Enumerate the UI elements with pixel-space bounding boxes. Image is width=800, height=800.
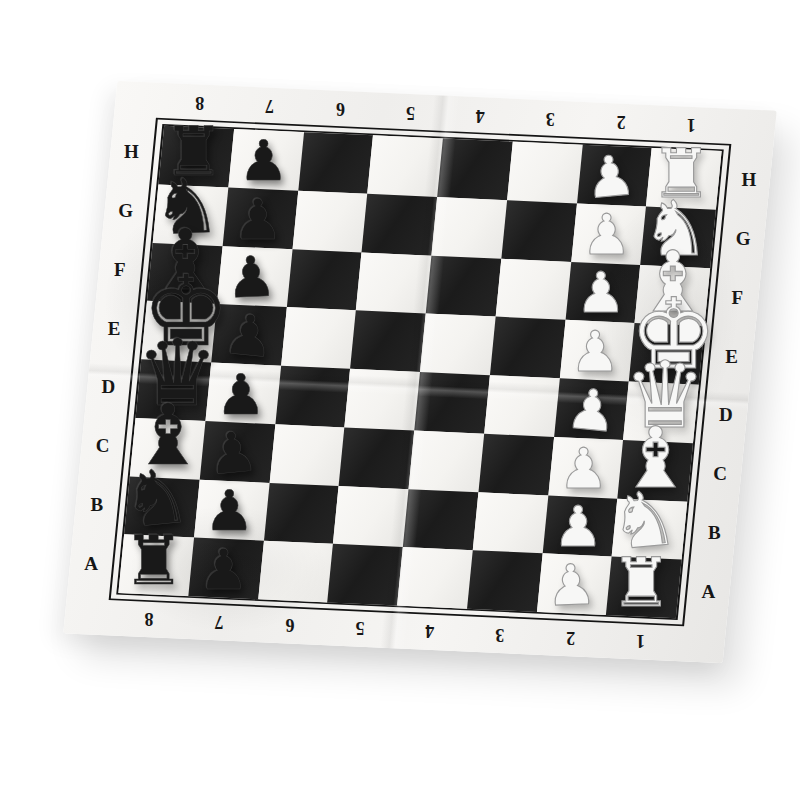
- square-f4[interactable]: [426, 255, 501, 317]
- square-e5[interactable]: [350, 310, 425, 372]
- black-pawn[interactable]: ♟: [206, 366, 276, 422]
- square-d6[interactable]: [275, 366, 350, 428]
- chess-board: ♜♟♟♜♞♟♟♞♝♟♟♝♚♟♟♚♛♟♟♛♝♟♟♝♞♟♟♞♜♟♟♜: [116, 124, 724, 620]
- square-f3[interactable]: [495, 258, 570, 320]
- coord-rank-top-7: 7: [235, 88, 305, 124]
- square-g4[interactable]: [431, 197, 506, 259]
- white-pawn[interactable]: ♟: [543, 499, 613, 555]
- chess-mat: 87654321 87654321 HGFEDCBA HGFEDCBA ♜♟♟♜…: [63, 81, 776, 663]
- square-a1[interactable]: ♜: [606, 557, 681, 619]
- coord-file-right-a: A: [690, 557, 726, 627]
- coord-rank-bottom-5: 5: [325, 610, 395, 646]
- square-a3[interactable]: [467, 550, 542, 612]
- square-a7[interactable]: ♟: [188, 538, 263, 600]
- coord-rank-bottom-8: 8: [114, 601, 184, 637]
- white-pawn[interactable]: ♟: [572, 146, 647, 208]
- square-e3[interactable]: [490, 317, 565, 379]
- square-a6[interactable]: [258, 541, 333, 603]
- square-c5[interactable]: [339, 427, 414, 489]
- coord-rank-bottom-6: 6: [254, 607, 324, 643]
- coord-rank-bottom-2: 2: [535, 620, 605, 656]
- square-b4[interactable]: [403, 489, 478, 551]
- square-c6[interactable]: [269, 424, 344, 486]
- coord-rank-bottom-4: 4: [395, 613, 465, 649]
- black-pawn[interactable]: ♟: [194, 483, 264, 539]
- square-d7[interactable]: ♟: [205, 363, 280, 425]
- white-pawn[interactable]: ♟: [565, 265, 635, 321]
- coord-rank-top-2: 2: [586, 104, 656, 140]
- coord-rank-bottom-3: 3: [465, 617, 535, 653]
- black-pawn[interactable]: ♟: [223, 191, 293, 247]
- square-f5[interactable]: [356, 252, 431, 314]
- square-d4[interactable]: [414, 372, 489, 434]
- coord-rank-top-5: 5: [375, 95, 445, 131]
- square-e4[interactable]: [420, 314, 495, 376]
- square-g5[interactable]: [362, 194, 437, 256]
- square-c3[interactable]: [478, 434, 553, 496]
- square-c7[interactable]: ♟: [200, 421, 275, 483]
- coord-rank-bottom-7: 7: [184, 604, 254, 640]
- coord-file-left-a: A: [73, 529, 109, 599]
- square-a8[interactable]: ♜: [118, 535, 193, 597]
- square-g3[interactable]: [501, 200, 576, 262]
- square-h4[interactable]: [437, 138, 512, 200]
- square-h6[interactable]: [298, 132, 373, 194]
- coord-rank-bottom-1: 1: [605, 623, 675, 659]
- black-pawn[interactable]: ♟: [211, 305, 286, 368]
- square-f6[interactable]: [286, 249, 361, 311]
- white-pawn[interactable]: ♟: [560, 324, 630, 380]
- white-pawn[interactable]: ♟: [571, 207, 641, 263]
- coord-rank-top-4: 4: [445, 98, 515, 134]
- coord-rank-top-6: 6: [305, 91, 375, 127]
- square-g7[interactable]: ♟: [222, 187, 297, 249]
- white-pawn[interactable]: ♟: [535, 556, 607, 615]
- square-a2[interactable]: ♟: [536, 553, 611, 615]
- square-e6[interactable]: [281, 307, 356, 369]
- square-h5[interactable]: [367, 135, 442, 197]
- square-b3[interactable]: [473, 492, 548, 554]
- square-a5[interactable]: [327, 544, 402, 606]
- square-b2[interactable]: ♟: [542, 495, 617, 557]
- coord-rank-top-3: 3: [515, 101, 585, 137]
- square-d3[interactable]: [484, 375, 559, 437]
- square-a4[interactable]: [397, 547, 472, 609]
- square-e7[interactable]: ♟: [211, 304, 286, 366]
- board-frame: ♜♟♟♜♞♟♟♞♝♟♟♝♚♟♟♚♛♟♟♛♝♟♟♝♞♟♟♞♜♟♟♜: [109, 118, 732, 626]
- product-photo: 87654321 87654321 HGFEDCBA HGFEDCBA ♜♟♟♜…: [0, 0, 800, 800]
- black-pawn[interactable]: ♟: [195, 422, 270, 484]
- white-rook[interactable]: ♜: [607, 549, 677, 617]
- square-b6[interactable]: [263, 482, 338, 544]
- square-d5[interactable]: [345, 369, 420, 431]
- black-pawn[interactable]: ♟: [188, 542, 258, 598]
- square-b5[interactable]: [333, 486, 408, 548]
- black-pawn[interactable]: ♟: [229, 133, 299, 189]
- square-h7[interactable]: ♟: [228, 129, 303, 191]
- black-rook[interactable]: ♜: [119, 527, 189, 595]
- square-g6[interactable]: [292, 191, 367, 253]
- square-c4[interactable]: [409, 430, 484, 492]
- square-h3[interactable]: [507, 142, 582, 204]
- square-b7[interactable]: ♟: [194, 479, 269, 541]
